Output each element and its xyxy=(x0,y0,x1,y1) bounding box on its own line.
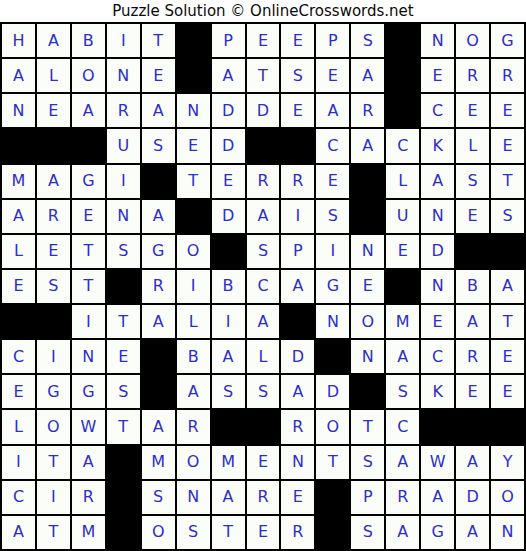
letter-cell-r8c7: B xyxy=(212,270,245,303)
letter-cell-r3c11: R xyxy=(351,94,384,127)
letter-cell-r7c13: D xyxy=(421,235,454,268)
letter-cell-r6c2: R xyxy=(37,200,70,233)
letter-cell-r10c2: I xyxy=(37,340,70,373)
letter-cell-r3c13: C xyxy=(421,94,454,127)
letter-cell-r7c4: S xyxy=(107,235,140,268)
letter-cell-r3c4: R xyxy=(107,94,140,127)
letter-cell-r3c15: E xyxy=(491,94,524,127)
black-cell-r8c12 xyxy=(386,270,419,303)
letter-cell-r15c9: R xyxy=(281,516,314,549)
letter-cell-r2c14: R xyxy=(456,59,489,92)
letter-cell-r9c11: O xyxy=(351,305,384,338)
letter-cell-r14c1: C xyxy=(2,481,35,514)
letter-cell-r5c6: T xyxy=(177,165,210,198)
letter-cell-r9c14: A xyxy=(456,305,489,338)
letter-cell-r1c8: E xyxy=(247,24,280,57)
black-cell-r12c15 xyxy=(491,410,524,443)
black-cell-r15c10 xyxy=(316,516,349,549)
letter-cell-r10c14: R xyxy=(456,340,489,373)
black-cell-r12c8 xyxy=(247,410,280,443)
letter-cell-r4c14: L xyxy=(456,129,489,162)
black-cell-r3c12 xyxy=(386,94,419,127)
letter-cell-r9c6: L xyxy=(177,305,210,338)
letter-cell-r6c9: I xyxy=(281,200,314,233)
letter-cell-r5c7: E xyxy=(212,165,245,198)
letter-cell-r1c15: G xyxy=(491,24,524,57)
letter-cell-r5c1: M xyxy=(2,165,35,198)
letter-cell-r7c9: P xyxy=(281,235,314,268)
letter-cell-r10c13: C xyxy=(421,340,454,373)
letter-cell-r14c2: I xyxy=(37,481,70,514)
letter-cell-r1c14: O xyxy=(456,24,489,57)
letter-cell-r15c8: E xyxy=(247,516,280,549)
letter-cell-r8c14: B xyxy=(456,270,489,303)
letter-cell-r7c3: T xyxy=(72,235,105,268)
letter-cell-r3c3: A xyxy=(72,94,105,127)
title-bar: Puzzle Solution © OnlineCrosswords.net xyxy=(0,0,526,22)
black-cell-r4c9 xyxy=(281,129,314,162)
letter-cell-r10c12: A xyxy=(386,340,419,373)
letter-cell-r2c15: R xyxy=(491,59,524,92)
letter-cell-r1c7: P xyxy=(212,24,245,57)
black-cell-r2c6 xyxy=(177,59,210,92)
letter-cell-r8c6: I xyxy=(177,270,210,303)
letter-cell-r5c15: T xyxy=(491,165,524,198)
letter-cell-r13c14: A xyxy=(456,446,489,479)
letter-cell-r13c9: N xyxy=(281,446,314,479)
letter-cell-r11c12: S xyxy=(386,375,419,408)
letter-cell-r12c6: R xyxy=(177,410,210,443)
letter-cell-r14c8: R xyxy=(247,481,280,514)
letter-cell-r1c10: P xyxy=(316,24,349,57)
black-cell-r9c1 xyxy=(2,305,35,338)
letter-cell-r6c7: D xyxy=(212,200,245,233)
letter-cell-r15c15: N xyxy=(491,516,524,549)
letter-cell-r3c2: E xyxy=(37,94,70,127)
letter-cell-r9c12: M xyxy=(386,305,419,338)
letter-cell-r5c13: A xyxy=(421,165,454,198)
black-cell-r14c4 xyxy=(107,481,140,514)
letter-cell-r7c2: E xyxy=(37,235,70,268)
black-cell-r11c5 xyxy=(142,375,175,408)
letter-cell-r2c2: L xyxy=(37,59,70,92)
letter-cell-r3c14: E xyxy=(456,94,489,127)
letter-cell-r9c13: E xyxy=(421,305,454,338)
letter-cell-r14c6: N xyxy=(177,481,210,514)
letter-cell-r10c7: A xyxy=(212,340,245,373)
black-cell-r1c6 xyxy=(177,24,210,57)
letter-cell-r5c2: A xyxy=(37,165,70,198)
letter-cell-r12c3: W xyxy=(72,410,105,443)
letter-cell-r7c8: S xyxy=(247,235,280,268)
letter-cell-r11c15: E xyxy=(491,375,524,408)
letter-cell-r4c15: E xyxy=(491,129,524,162)
letter-cell-r4c6: E xyxy=(177,129,210,162)
black-cell-r4c8 xyxy=(247,129,280,162)
black-cell-r10c10 xyxy=(316,340,349,373)
letter-cell-r6c8: A xyxy=(247,200,280,233)
letter-cell-r1c2: A xyxy=(37,24,70,57)
letter-cell-r5c3: G xyxy=(72,165,105,198)
letter-cell-r11c8: S xyxy=(247,375,280,408)
black-cell-r13c4 xyxy=(107,446,140,479)
letter-cell-r1c4: I xyxy=(107,24,140,57)
black-cell-r12c7 xyxy=(212,410,245,443)
letter-cell-r14c5: S xyxy=(142,481,175,514)
letter-cell-r14c11: P xyxy=(351,481,384,514)
black-cell-r6c11 xyxy=(351,200,384,233)
letter-cell-r8c15: A xyxy=(491,270,524,303)
letter-cell-r7c12: E xyxy=(386,235,419,268)
letter-cell-r5c4: I xyxy=(107,165,140,198)
letter-cell-r11c1: E xyxy=(2,375,35,408)
letter-cell-r13c12: A xyxy=(386,446,419,479)
letter-cell-r10c6: B xyxy=(177,340,210,373)
letter-cell-r4c10: C xyxy=(316,129,349,162)
letter-cell-r12c11: T xyxy=(351,410,384,443)
black-cell-r14c10 xyxy=(316,481,349,514)
letter-cell-r13c11: S xyxy=(351,446,384,479)
letter-cell-r11c6: A xyxy=(177,375,210,408)
letter-cell-r8c3: T xyxy=(72,270,105,303)
letter-cell-r3c6: N xyxy=(177,94,210,127)
letter-cell-r11c9: A xyxy=(281,375,314,408)
letter-cell-r12c12: C xyxy=(386,410,419,443)
letter-cell-r10c8: L xyxy=(247,340,280,373)
letter-cell-r14c7: A xyxy=(212,481,245,514)
letter-cell-r14c13: A xyxy=(421,481,454,514)
black-cell-r8c4 xyxy=(107,270,140,303)
letter-cell-r12c1: L xyxy=(2,410,35,443)
letter-cell-r9c15: T xyxy=(491,305,524,338)
letter-cell-r8c10: G xyxy=(316,270,349,303)
black-cell-r10c5 xyxy=(142,340,175,373)
letter-cell-r11c10: D xyxy=(316,375,349,408)
letter-cell-r11c3: G xyxy=(72,375,105,408)
letter-cell-r5c8: R xyxy=(247,165,280,198)
letter-cell-r14c9: E xyxy=(281,481,314,514)
letter-cell-r15c7: T xyxy=(212,516,245,549)
letter-cell-r6c14: E xyxy=(456,200,489,233)
letter-cell-r15c14: A xyxy=(456,516,489,549)
letter-cell-r1c9: E xyxy=(281,24,314,57)
black-cell-r4c3 xyxy=(72,129,105,162)
letter-cell-r11c13: K xyxy=(421,375,454,408)
crossword-grid: HABITPEEPSNOGALONEATSEAERRNEARANDDEARCEE… xyxy=(0,22,526,551)
letter-cell-r10c4: E xyxy=(107,340,140,373)
letter-cell-r5c12: L xyxy=(386,165,419,198)
letter-cell-r8c2: S xyxy=(37,270,70,303)
letter-cell-r6c5: A xyxy=(142,200,175,233)
letter-cell-r9c4: T xyxy=(107,305,140,338)
letter-cell-r12c10: O xyxy=(316,410,349,443)
black-cell-r5c11 xyxy=(351,165,384,198)
letter-cell-r15c1: A xyxy=(2,516,35,549)
letter-cell-r13c3: A xyxy=(72,446,105,479)
letter-cell-r1c1: H xyxy=(2,24,35,57)
letter-cell-r10c3: N xyxy=(72,340,105,373)
black-cell-r9c9 xyxy=(281,305,314,338)
letter-cell-r8c11: E xyxy=(351,270,384,303)
letter-cell-r15c13: G xyxy=(421,516,454,549)
letter-cell-r15c6: S xyxy=(177,516,210,549)
letter-cell-r11c4: S xyxy=(107,375,140,408)
letter-cell-r15c12: A xyxy=(386,516,419,549)
black-cell-r7c7 xyxy=(212,235,245,268)
black-cell-r7c14 xyxy=(456,235,489,268)
letter-cell-r14c3: R xyxy=(72,481,105,514)
letter-cell-r8c13: N xyxy=(421,270,454,303)
black-cell-r12c14 xyxy=(456,410,489,443)
letter-cell-r2c3: O xyxy=(72,59,105,92)
letter-cell-r4c13: K xyxy=(421,129,454,162)
letter-cell-r1c3: B xyxy=(72,24,105,57)
letter-cell-r2c13: E xyxy=(421,59,454,92)
letter-cell-r7c10: I xyxy=(316,235,349,268)
letter-cell-r2c10: E xyxy=(316,59,349,92)
letter-cell-r5c10: E xyxy=(316,165,349,198)
letter-cell-r3c9: E xyxy=(281,94,314,127)
letter-cell-r13c13: W xyxy=(421,446,454,479)
letter-cell-r15c5: O xyxy=(142,516,175,549)
letter-cell-r6c12: U xyxy=(386,200,419,233)
letter-cell-r3c8: D xyxy=(247,94,280,127)
letter-cell-r8c1: E xyxy=(2,270,35,303)
black-cell-r5c5 xyxy=(142,165,175,198)
letter-cell-r4c4: U xyxy=(107,129,140,162)
letter-cell-r1c5: T xyxy=(142,24,175,57)
letter-cell-r2c1: A xyxy=(2,59,35,92)
letter-cell-r2c9: S xyxy=(281,59,314,92)
letter-cell-r7c11: N xyxy=(351,235,384,268)
letter-cell-r2c7: A xyxy=(212,59,245,92)
letter-cell-r11c2: G xyxy=(37,375,70,408)
letter-cell-r13c2: T xyxy=(37,446,70,479)
letter-cell-r9c10: N xyxy=(316,305,349,338)
letter-cell-r4c11: A xyxy=(351,129,384,162)
letter-cell-r8c8: C xyxy=(247,270,280,303)
letter-cell-r3c1: N xyxy=(2,94,35,127)
letter-cell-r7c1: L xyxy=(2,235,35,268)
letter-cell-r14c12: R xyxy=(386,481,419,514)
letter-cell-r6c15: S xyxy=(491,200,524,233)
letter-cell-r12c5: A xyxy=(142,410,175,443)
letter-cell-r13c5: M xyxy=(142,446,175,479)
letter-cell-r1c13: N xyxy=(421,24,454,57)
letter-cell-r3c5: A xyxy=(142,94,175,127)
letter-cell-r2c11: A xyxy=(351,59,384,92)
letter-cell-r4c7: D xyxy=(212,129,245,162)
letter-cell-r15c3: M xyxy=(72,516,105,549)
letter-cell-r13c6: O xyxy=(177,446,210,479)
black-cell-r6c6 xyxy=(177,200,210,233)
letter-cell-r13c1: I xyxy=(2,446,35,479)
letter-cell-r11c14: E xyxy=(456,375,489,408)
letter-cell-r10c15: E xyxy=(491,340,524,373)
letter-cell-r9c5: A xyxy=(142,305,175,338)
letter-cell-r5c14: S xyxy=(456,165,489,198)
letter-cell-r6c13: N xyxy=(421,200,454,233)
letter-cell-r10c1: C xyxy=(2,340,35,373)
letter-cell-r6c4: N xyxy=(107,200,140,233)
letter-cell-r12c2: O xyxy=(37,410,70,443)
letter-cell-r10c9: D xyxy=(281,340,314,373)
letter-cell-r9c7: I xyxy=(212,305,245,338)
black-cell-r4c1 xyxy=(2,129,35,162)
letter-cell-r2c5: E xyxy=(142,59,175,92)
letter-cell-r12c9: R xyxy=(281,410,314,443)
black-cell-r11c11 xyxy=(351,375,384,408)
black-cell-r1c12 xyxy=(386,24,419,57)
letter-cell-r14c15: O xyxy=(491,481,524,514)
letter-cell-r6c10: S xyxy=(316,200,349,233)
letter-cell-r13c7: M xyxy=(212,446,245,479)
letter-cell-r3c7: D xyxy=(212,94,245,127)
letter-cell-r5c9: R xyxy=(281,165,314,198)
letter-cell-r4c12: C xyxy=(386,129,419,162)
letter-cell-r8c5: R xyxy=(142,270,175,303)
letter-cell-r12c4: T xyxy=(107,410,140,443)
letter-cell-r9c8: A xyxy=(247,305,280,338)
letter-cell-r8c9: A xyxy=(281,270,314,303)
black-cell-r4c2 xyxy=(37,129,70,162)
black-cell-r15c4 xyxy=(107,516,140,549)
black-cell-r12c13 xyxy=(421,410,454,443)
letter-cell-r2c8: T xyxy=(247,59,280,92)
letter-cell-r1c11: S xyxy=(351,24,384,57)
puzzle-solution-page: Puzzle Solution © OnlineCrosswords.net H… xyxy=(0,0,526,551)
black-cell-r9c2 xyxy=(37,305,70,338)
letter-cell-r13c15: Y xyxy=(491,446,524,479)
black-cell-r2c12 xyxy=(386,59,419,92)
letter-cell-r4c5: S xyxy=(142,129,175,162)
letter-cell-r14c14: D xyxy=(456,481,489,514)
letter-cell-r7c6: O xyxy=(177,235,210,268)
page-title: Puzzle Solution © OnlineCrosswords.net xyxy=(112,2,413,20)
letter-cell-r15c11: S xyxy=(351,516,384,549)
letter-cell-r10c11: N xyxy=(351,340,384,373)
letter-cell-r6c1: A xyxy=(2,200,35,233)
letter-cell-r3c10: A xyxy=(316,94,349,127)
letter-cell-r9c3: I xyxy=(72,305,105,338)
letter-cell-r11c7: S xyxy=(212,375,245,408)
black-cell-r7c15 xyxy=(491,235,524,268)
letter-cell-r6c3: E xyxy=(72,200,105,233)
letter-cell-r13c8: E xyxy=(247,446,280,479)
letter-cell-r7c5: G xyxy=(142,235,175,268)
letter-cell-r2c4: N xyxy=(107,59,140,92)
letter-cell-r15c2: T xyxy=(37,516,70,549)
letter-cell-r13c10: T xyxy=(316,446,349,479)
